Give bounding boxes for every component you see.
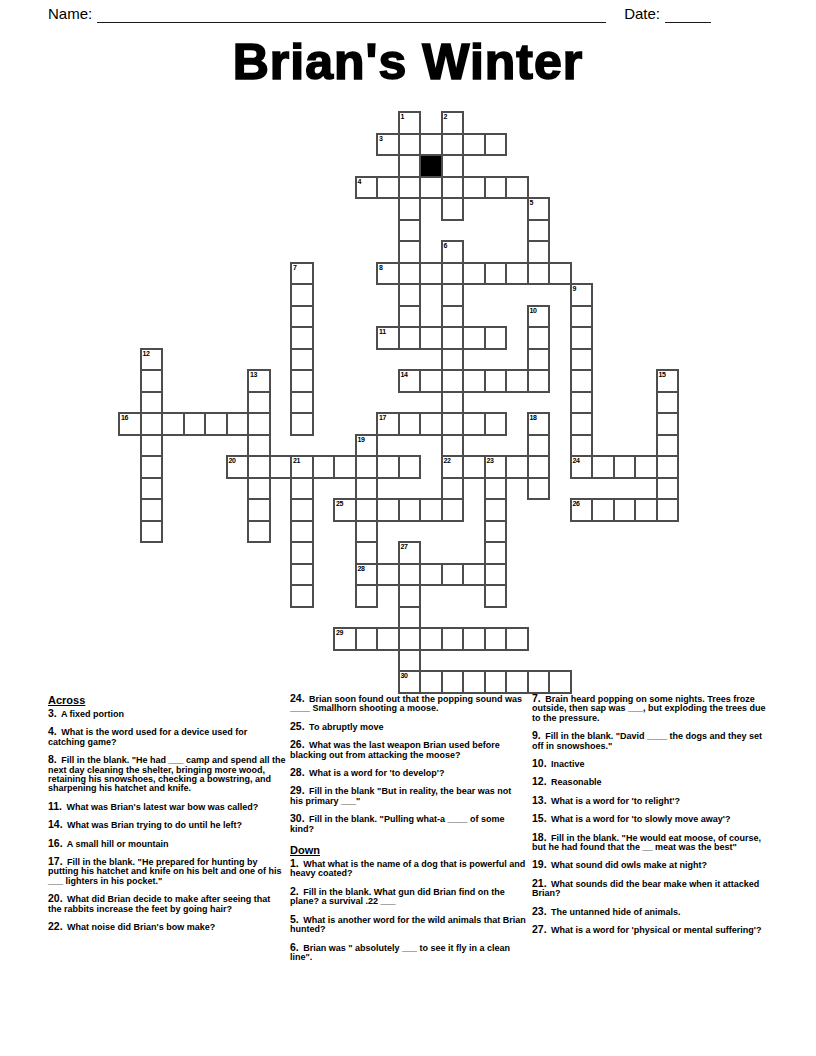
puzzle-title: Brian's Winter <box>0 33 816 91</box>
clue-down-12: 12. Reasonable <box>532 777 774 787</box>
grid-cell[interactable] <box>441 412 465 436</box>
grid-cell[interactable] <box>462 133 486 157</box>
across-header: Across <box>48 694 286 706</box>
grid-cell[interactable] <box>140 369 164 393</box>
grid-cell[interactable] <box>355 498 379 522</box>
grid-cell[interactable] <box>183 412 207 436</box>
grid-cell[interactable] <box>247 412 271 436</box>
grid-cell[interactable] <box>398 176 422 200</box>
grid-cell[interactable] <box>656 391 680 415</box>
grid-cell[interactable] <box>441 348 465 372</box>
clue-text: What sounds did the bear make when it at… <box>532 879 759 898</box>
grid-cell[interactable] <box>462 670 486 694</box>
grid-cell[interactable]: 19 <box>355 434 379 458</box>
clue-across-26: 26. What was the last weapon Brian used … <box>290 740 526 760</box>
clue-across-3: 3. A fixed portion <box>48 709 286 719</box>
grid-cell[interactable] <box>398 412 422 436</box>
grid-cell[interactable] <box>484 412 508 436</box>
grid-cell[interactable] <box>398 326 422 350</box>
clue-text: Reasonable <box>549 777 602 787</box>
clue-number: 21. <box>532 877 547 889</box>
grid-cell[interactable] <box>398 283 422 307</box>
grid-cell[interactable] <box>290 412 314 436</box>
clue-across-11: 11. What was Brian's latest war bow was … <box>48 802 286 812</box>
grid-cell[interactable] <box>419 498 443 522</box>
grid-cell[interactable] <box>505 369 529 393</box>
clue-down-2: 2. Fill in the blank. What gun did Brian… <box>290 887 526 907</box>
grid-cell[interactable]: 23 <box>484 455 508 479</box>
clue-number: 18. <box>532 831 547 843</box>
grid-cell[interactable]: 10 <box>527 305 551 329</box>
cell-number: 30 <box>401 672 408 680</box>
grid-cell[interactable] <box>247 520 271 544</box>
clues-column-2: 24. Brian soon found out that the poppin… <box>290 694 526 970</box>
clue-down-15: 15. What is a word for 'to slowly move a… <box>532 814 774 824</box>
down-clues-part1: 1. What what is the name of a dog that i… <box>290 859 526 962</box>
cell-number: 24 <box>573 457 580 465</box>
grid-cell[interactable] <box>505 455 529 479</box>
grid-cell[interactable] <box>548 262 572 286</box>
grid-cell[interactable]: 5 <box>527 197 551 221</box>
grid-cell[interactable] <box>441 563 465 587</box>
clue-across-17: 17. Fill in the blank. "He prepared for … <box>48 857 286 886</box>
grid-cell[interactable] <box>527 455 551 479</box>
grid-cell[interactable] <box>484 133 508 157</box>
cell-number: 6 <box>444 242 448 250</box>
grid-cell[interactable] <box>613 498 637 522</box>
grid-cell[interactable] <box>376 498 400 522</box>
grid-cell[interactable] <box>419 133 443 157</box>
grid-cell[interactable] <box>441 369 465 393</box>
cell-number: 18 <box>530 414 537 422</box>
grid-cell[interactable] <box>441 670 465 694</box>
grid-cell[interactable]: 7 <box>290 262 314 286</box>
clue-text: What is a word for 'physical or mental s… <box>549 925 762 935</box>
clue-across-22: 22. What noise did Brian's bow make? <box>48 922 286 932</box>
grid-cell[interactable]: 26 <box>570 498 594 522</box>
clue-number: 8. <box>48 753 57 765</box>
grid-cell[interactable] <box>613 455 637 479</box>
grid-cell[interactable]: 29 <box>333 627 357 651</box>
clue-number: 4. <box>48 725 57 737</box>
grid-cell[interactable]: 24 <box>570 455 594 479</box>
grid-cell[interactable] <box>398 649 422 673</box>
grid-cell[interactable]: 17 <box>376 412 400 436</box>
grid-cell[interactable] <box>247 434 271 458</box>
grid-cell[interactable] <box>398 584 422 608</box>
grid-cell[interactable] <box>656 412 680 436</box>
clue-down-27: 27. What is a word for 'physical or ment… <box>532 925 774 935</box>
grid-cell[interactable] <box>527 326 551 350</box>
clue-text: What is the word used for a device used … <box>48 727 247 746</box>
grid-cell[interactable] <box>462 262 486 286</box>
grid-cell[interactable] <box>570 391 594 415</box>
grid-cell[interactable] <box>441 176 465 200</box>
grid-cell[interactable] <box>376 176 400 200</box>
grid-cell[interactable] <box>419 670 443 694</box>
grid-cell[interactable]: 1 <box>398 111 422 135</box>
grid-cell[interactable] <box>140 434 164 458</box>
grid-cell[interactable] <box>398 240 422 264</box>
grid-cell[interactable] <box>484 477 508 501</box>
grid-cell[interactable]: 4 <box>355 176 379 200</box>
grid-cell[interactable] <box>140 520 164 544</box>
down-header: Down <box>290 844 526 856</box>
grid-cell[interactable]: 3 <box>376 133 400 157</box>
grid-cell[interactable] <box>505 627 529 651</box>
cell-number: 7 <box>293 264 297 272</box>
grid-cell[interactable] <box>419 326 443 350</box>
grid-cell[interactable] <box>290 477 314 501</box>
grid-cell[interactable]: 16 <box>118 412 142 436</box>
clue-number: 17. <box>48 855 63 867</box>
cell-number: 15 <box>659 371 666 379</box>
clue-text: What sound did owls make at night? <box>549 860 708 870</box>
grid-cell[interactable]: 21 <box>290 455 314 479</box>
grid-cell[interactable] <box>419 563 443 587</box>
grid-cell[interactable] <box>140 391 164 415</box>
grid-cell[interactable] <box>290 326 314 350</box>
grid-cell[interactable] <box>398 262 422 286</box>
grid-cell[interactable] <box>505 670 529 694</box>
cell-number: 10 <box>530 307 537 315</box>
grid-cell[interactable] <box>398 133 422 157</box>
cell-number: 8 <box>379 264 383 272</box>
crossword-grid: 1234567891011121314151617181920212223242… <box>118 111 677 692</box>
cell-number: 12 <box>143 350 150 358</box>
grid-cell[interactable] <box>505 262 529 286</box>
cell-number: 5 <box>530 199 534 207</box>
grid-cell[interactable] <box>355 477 379 501</box>
grid-cell[interactable] <box>570 348 594 372</box>
grid-cell[interactable] <box>441 154 465 178</box>
grid-cell[interactable] <box>570 305 594 329</box>
grid-cell[interactable] <box>656 434 680 458</box>
grid-cell[interactable] <box>656 477 680 501</box>
grid-cell[interactable] <box>398 563 422 587</box>
grid-cell[interactable]: 8 <box>376 262 400 286</box>
clue-down-10: 10. Inactive <box>532 759 774 769</box>
grid-cell[interactable] <box>376 627 400 651</box>
grid-cell[interactable] <box>527 348 551 372</box>
clue-across-20: 20. What did Brian decide to make after … <box>48 894 286 914</box>
clue-number: 29. <box>290 784 305 796</box>
clue-down-1: 1. What what is the name of a dog that i… <box>290 859 526 879</box>
grid-cell[interactable] <box>398 219 422 243</box>
grid-cell[interactable] <box>656 498 680 522</box>
cell-number: 23 <box>487 457 494 465</box>
black-cell <box>419 154 443 178</box>
grid-cell[interactable] <box>419 262 443 286</box>
clue-number: 2. <box>290 885 299 897</box>
clue-text: Fill in the blank. What gun did Brian fi… <box>290 887 505 906</box>
grid-cell[interactable] <box>484 670 508 694</box>
grid-cell[interactable] <box>290 520 314 544</box>
cell-number: 4 <box>358 178 362 186</box>
clue-number: 5. <box>290 913 299 925</box>
grid-cell[interactable] <box>290 369 314 393</box>
grid-cell[interactable] <box>247 498 271 522</box>
grid-cell[interactable] <box>290 563 314 587</box>
clue-number: 28. <box>290 766 305 778</box>
grid-cell[interactable] <box>290 305 314 329</box>
clue-number: 7. <box>532 692 541 704</box>
name-label: Name: <box>48 5 92 23</box>
clue-text: A fixed portion <box>59 709 124 719</box>
grid-cell[interactable] <box>484 584 508 608</box>
grid-cell[interactable] <box>505 176 529 200</box>
grid-cell[interactable]: 30 <box>398 670 422 694</box>
clues-column-1: Across 3. A fixed portion4. What is the … <box>48 694 286 941</box>
grid-cell[interactable] <box>527 219 551 243</box>
grid-cell[interactable] <box>527 434 551 458</box>
clue-text: Inactive <box>549 759 585 769</box>
grid-cell[interactable]: 22 <box>441 455 465 479</box>
down-clues-part2: 7. Brain heard popping on some nights. T… <box>532 694 774 936</box>
cell-number: 25 <box>336 500 343 508</box>
grid-cell[interactable] <box>398 197 422 221</box>
date-label: Date: <box>624 5 660 23</box>
clue-number: 25. <box>290 720 305 732</box>
grid-cell[interactable] <box>462 627 486 651</box>
grid-cell[interactable] <box>376 455 400 479</box>
clue-text: What was Brian's latest war bow was call… <box>64 802 258 812</box>
grid-cell[interactable] <box>462 369 486 393</box>
grid-cell[interactable] <box>376 563 400 587</box>
clue-number: 26. <box>290 738 305 750</box>
clue-text: What is a word for 'to slowly move away'… <box>549 814 731 824</box>
clue-across-25: 25. To abruptly move <box>290 722 526 732</box>
grid-cell[interactable] <box>441 477 465 501</box>
date-fill-line[interactable] <box>665 7 711 23</box>
grid-cell[interactable] <box>462 326 486 350</box>
clue-number: 16. <box>48 837 63 849</box>
name-fill-line[interactable] <box>97 7 606 23</box>
clue-text: Fill in the blank. "David ____ the dogs … <box>532 731 762 750</box>
cell-number: 17 <box>379 414 386 422</box>
grid-cell[interactable] <box>484 520 508 544</box>
grid-cell[interactable] <box>290 348 314 372</box>
cell-number: 2 <box>444 113 448 121</box>
grid-cell[interactable] <box>484 563 508 587</box>
cell-number: 20 <box>229 457 236 465</box>
grid-cell[interactable] <box>570 326 594 350</box>
grid-cell[interactable]: 14 <box>398 369 422 393</box>
grid-cell[interactable] <box>140 498 164 522</box>
clue-number: 15. <box>532 812 547 824</box>
clue-number: 11. <box>48 800 62 812</box>
grid-cell[interactable] <box>527 240 551 264</box>
grid-cell[interactable] <box>527 262 551 286</box>
clue-text: What is a word for 'to relight'? <box>549 796 680 806</box>
grid-cell[interactable] <box>484 541 508 565</box>
grid-cell[interactable] <box>290 391 314 415</box>
clue-number: 20. <box>48 892 63 904</box>
grid-cell[interactable] <box>462 563 486 587</box>
cell-number: 26 <box>573 500 580 508</box>
clue-number: 22. <box>48 920 63 932</box>
cell-number: 19 <box>358 436 365 444</box>
grid-cell[interactable]: 2 <box>441 111 465 135</box>
cell-number: 29 <box>336 629 343 637</box>
clue-across-4: 4. What is the word used for a device us… <box>48 727 286 747</box>
cell-number: 28 <box>358 565 365 573</box>
clue-text: What was Brian trying to do until he lef… <box>65 820 243 830</box>
grid-cell[interactable] <box>269 455 293 479</box>
grid-cell[interactable] <box>290 584 314 608</box>
grid-cell[interactable] <box>398 455 422 479</box>
cell-number: 14 <box>401 371 408 379</box>
grid-cell[interactable] <box>419 627 443 651</box>
clue-text: A small hill or mountain <box>65 839 169 849</box>
clue-text: Fill in the blank "But in reality, the b… <box>290 786 511 805</box>
cell-number: 11 <box>379 328 386 336</box>
grid-cell[interactable] <box>290 498 314 522</box>
cell-number: 1 <box>401 113 405 121</box>
grid-cell[interactable] <box>656 455 680 479</box>
grid-cell[interactable] <box>247 391 271 415</box>
grid-cell[interactable]: 11 <box>376 326 400 350</box>
grid-cell[interactable] <box>441 326 465 350</box>
grid-cell[interactable] <box>161 412 185 436</box>
header-row: Name: Date: <box>48 5 711 23</box>
clue-down-19: 19. What sound did owls make at night? <box>532 860 774 870</box>
grid-cell[interactable] <box>591 455 615 479</box>
cell-number: 9 <box>573 285 577 293</box>
grid-cell[interactable] <box>140 412 164 436</box>
grid-cell[interactable] <box>570 434 594 458</box>
grid-cell[interactable] <box>441 197 465 221</box>
clue-number: 24. <box>290 692 305 704</box>
grid-cell[interactable] <box>462 455 486 479</box>
cell-number: 13 <box>250 371 257 379</box>
clue-down-5: 5. What is another word for the wild ani… <box>290 915 526 935</box>
grid-cell[interactable] <box>355 627 379 651</box>
grid-cell[interactable] <box>140 455 164 479</box>
grid-cell[interactable]: 28 <box>355 563 379 587</box>
clue-number: 12. <box>532 775 547 787</box>
grid-cell[interactable] <box>441 391 465 415</box>
grid-cell[interactable] <box>290 541 314 565</box>
clue-across-29: 29. Fill in the blank "But in reality, t… <box>290 786 526 806</box>
grid-cell[interactable] <box>140 477 164 501</box>
grid-cell[interactable] <box>441 498 465 522</box>
grid-cell[interactable]: 15 <box>656 369 680 393</box>
grid-cell[interactable] <box>548 670 572 694</box>
grid-cell[interactable] <box>441 434 465 458</box>
grid-cell[interactable] <box>226 412 250 436</box>
grid-cell[interactable] <box>634 455 658 479</box>
grid-cell[interactable]: 27 <box>398 541 422 565</box>
grid-cell[interactable] <box>441 133 465 157</box>
grid-cell[interactable] <box>527 477 551 501</box>
grid-cell[interactable] <box>484 176 508 200</box>
grid-cell[interactable] <box>462 412 486 436</box>
clue-number: 1. <box>290 857 299 869</box>
grid-cell[interactable] <box>441 627 465 651</box>
grid-cell[interactable] <box>441 262 465 286</box>
clue-number: 6. <box>290 941 299 953</box>
grid-cell[interactable] <box>441 305 465 329</box>
grid-cell[interactable] <box>355 541 379 565</box>
grid-cell[interactable] <box>398 154 422 178</box>
grid-cell[interactable] <box>312 455 336 479</box>
grid-cell[interactable]: 20 <box>226 455 250 479</box>
grid-cell[interactable] <box>333 455 357 479</box>
grid-cell[interactable] <box>484 627 508 651</box>
clue-text: Fill in the blank. "He had ___ camp and … <box>48 755 286 793</box>
grid-cell[interactable] <box>527 369 551 393</box>
grid-cell[interactable] <box>419 412 443 436</box>
clues-column-3: 7. Brain heard popping on some nights. T… <box>532 694 774 944</box>
clue-text: Brian soon found out that the popping so… <box>290 694 522 713</box>
grid-cell[interactable]: 9 <box>570 283 594 307</box>
grid-cell[interactable] <box>462 176 486 200</box>
grid-cell[interactable] <box>441 283 465 307</box>
clue-number: 30. <box>290 812 305 824</box>
grid-cell[interactable]: 18 <box>527 412 551 436</box>
grid-cell[interactable] <box>355 520 379 544</box>
clue-number: 9. <box>532 729 541 741</box>
grid-cell[interactable] <box>570 412 594 436</box>
grid-cell[interactable] <box>398 305 422 329</box>
clue-text: Fill in the blank. "He would eat moose, … <box>532 833 761 852</box>
clue-across-28: 28. What is a word for 'to develop'? <box>290 768 526 778</box>
grid-cell[interactable] <box>634 498 658 522</box>
across-clues-part1: 3. A fixed portion4. What is the word us… <box>48 709 286 933</box>
grid-cell[interactable] <box>398 498 422 522</box>
clue-number: 14. <box>48 818 63 830</box>
grid-cell[interactable] <box>484 498 508 522</box>
clue-text: The untanned hide of animals. <box>549 907 681 917</box>
grid-cell[interactable] <box>247 455 271 479</box>
grid-cell[interactable] <box>591 498 615 522</box>
clue-number: 27. <box>532 923 547 935</box>
clue-text: To abruptly move <box>307 722 384 732</box>
clue-text: Brian was " absolutely ___ to see it fly… <box>290 943 510 962</box>
clue-down-23: 23. The untanned hide of animals. <box>532 907 774 917</box>
cell-number: 27 <box>401 543 408 551</box>
clue-text: What is another word for the wild animal… <box>290 915 526 934</box>
clue-number: 23. <box>532 905 547 917</box>
grid-cell[interactable]: 12 <box>140 348 164 372</box>
grid-cell[interactable] <box>419 176 443 200</box>
grid-cell[interactable] <box>527 670 551 694</box>
clue-text: What what is the name of a dog that is p… <box>290 859 525 878</box>
clue-text: Brain heard popping on some nights. Tree… <box>532 694 766 723</box>
grid-cell[interactable] <box>419 369 443 393</box>
grid-cell[interactable] <box>484 262 508 286</box>
grid-cell[interactable] <box>247 477 271 501</box>
grid-cell[interactable] <box>355 584 379 608</box>
grid-cell[interactable] <box>398 606 422 630</box>
grid-cell[interactable] <box>484 369 508 393</box>
grid-cell[interactable]: 13 <box>247 369 271 393</box>
grid-cell[interactable] <box>484 326 508 350</box>
across-clues-part2: 24. Brian soon found out that the poppin… <box>290 694 526 834</box>
clue-down-21: 21. What sounds did the bear make when i… <box>532 879 774 899</box>
grid-cell[interactable] <box>570 369 594 393</box>
grid-cell[interactable] <box>204 412 228 436</box>
cell-number: 21 <box>293 457 300 465</box>
grid-cell[interactable] <box>290 283 314 307</box>
grid-cell[interactable]: 6 <box>441 240 465 264</box>
grid-cell[interactable]: 25 <box>333 498 357 522</box>
grid-cell[interactable] <box>398 627 422 651</box>
cell-number: 16 <box>121 414 128 422</box>
clue-number: 19. <box>532 858 547 870</box>
grid-cell[interactable] <box>355 455 379 479</box>
